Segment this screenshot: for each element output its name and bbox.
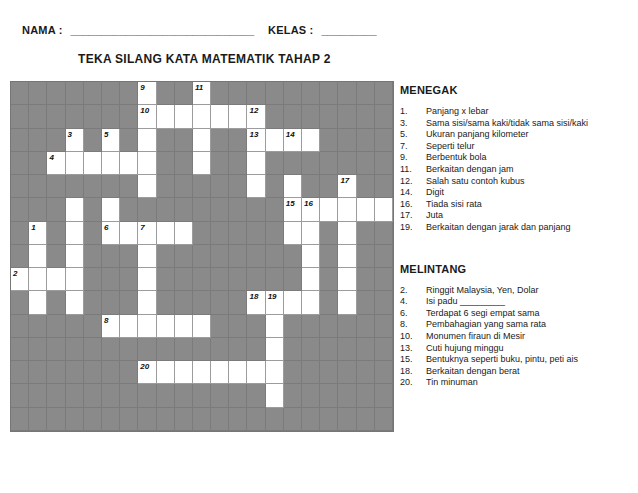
clue-item-text: Ringgit Malaysia, Yen, Dolar [426, 285, 632, 297]
crossword-cell[interactable] [138, 315, 156, 338]
blocked-cell [266, 222, 284, 245]
blocked-cell [120, 268, 138, 291]
clue-item-text: Berbentuk bola [426, 152, 632, 164]
blocked-cell [302, 315, 320, 338]
blocked-cell [175, 152, 193, 175]
blocked-cell [102, 268, 120, 291]
blocked-cell [84, 129, 102, 152]
crossword-cell[interactable]: 2 [11, 268, 29, 291]
blocked-cell [211, 268, 229, 291]
crossword-cell[interactable] [138, 291, 156, 314]
blocked-cell [284, 338, 302, 361]
crossword-cell[interactable] [193, 361, 211, 384]
crossword-cell[interactable] [157, 222, 175, 245]
blocked-cell [11, 338, 29, 361]
blocked-cell [357, 152, 375, 175]
clue-item-number: 13. [400, 343, 426, 355]
blocked-cell [84, 175, 102, 198]
blocked-cell [375, 105, 393, 128]
clue-item-text: Digit [426, 187, 632, 199]
blocked-cell [247, 198, 265, 221]
crossword-cell[interactable] [338, 222, 356, 245]
clue-item-text: Juta [426, 210, 632, 222]
blocked-cell [47, 105, 65, 128]
blocked-cell [66, 315, 84, 338]
blocked-cell [157, 338, 175, 361]
crossword-cell[interactable]: 5 [102, 129, 120, 152]
crossword-cell[interactable]: 3 [66, 129, 84, 152]
nama-label: NAMA : [22, 24, 63, 36]
blocked-cell [175, 245, 193, 268]
blocked-cell [11, 408, 29, 431]
blocked-cell [120, 129, 138, 152]
crossword-cell[interactable]: 20 [138, 361, 156, 384]
blocked-cell [102, 291, 120, 314]
blocked-cell [11, 82, 29, 105]
clue-item-number: 2. [400, 285, 426, 297]
crossword-cell[interactable]: 9 [138, 82, 156, 105]
clue-number: 16 [304, 199, 313, 208]
blocked-cell [375, 152, 393, 175]
crossword-cell[interactable] [266, 129, 284, 152]
crossword-cell[interactable] [66, 268, 84, 291]
crossword-cell[interactable] [157, 315, 175, 338]
kelas-blank-line[interactable]: _________ [321, 24, 376, 36]
crossword-cell[interactable] [229, 105, 247, 128]
crossword-cell[interactable] [375, 198, 393, 221]
crossword-cell[interactable] [138, 152, 156, 175]
blocked-cell [302, 408, 320, 431]
crossword-cell[interactable] [302, 268, 320, 291]
clue-item-number: 8. [400, 319, 426, 331]
blocked-cell [29, 129, 47, 152]
clue-number: 7 [140, 223, 144, 232]
crossword-cell[interactable] [175, 105, 193, 128]
crossword-cell[interactable] [47, 268, 65, 291]
blocked-cell [320, 175, 338, 198]
clue-item-number: 10. [400, 331, 426, 343]
blocked-cell [320, 361, 338, 384]
blocked-cell [320, 315, 338, 338]
blocked-cell [320, 268, 338, 291]
blocked-cell [375, 361, 393, 384]
crossword-cell[interactable] [29, 245, 47, 268]
crossword-cell[interactable] [247, 175, 265, 198]
across-clue-item: 10.Monumen firaun di Mesir [400, 331, 632, 343]
blocked-cell [302, 175, 320, 198]
blocked-cell [284, 315, 302, 338]
blocked-cell [229, 152, 247, 175]
page-title: TEKA SILANG KATA MATEMATIK TAHAP 2 [78, 52, 331, 66]
clue-item-text: Berkaitan dengan jam [426, 164, 632, 176]
blocked-cell [157, 245, 175, 268]
blocked-cell [175, 198, 193, 221]
blocked-cell [102, 361, 120, 384]
blocked-cell [120, 82, 138, 105]
clue-number: 20 [140, 362, 149, 371]
clue-item-text: Cuti hujung minggu [426, 343, 632, 355]
clue-item-number: 12. [400, 176, 426, 188]
clue-number: 19 [268, 292, 277, 301]
blocked-cell [229, 291, 247, 314]
crossword-cell[interactable] [102, 198, 120, 221]
across-clues-list: 2.Ringgit Malaysia, Yen, Dolar4.Isi padu… [400, 285, 632, 389]
blocked-cell [84, 384, 102, 407]
blocked-cell [266, 82, 284, 105]
blocked-cell [211, 222, 229, 245]
blocked-cell [84, 315, 102, 338]
blocked-cell [375, 408, 393, 431]
crossword-cell[interactable] [320, 198, 338, 221]
blocked-cell [193, 291, 211, 314]
blocked-cell [211, 291, 229, 314]
blocked-cell [138, 338, 156, 361]
crossword-cell[interactable] [66, 198, 84, 221]
crossword-cell[interactable] [138, 175, 156, 198]
clue-number: 15 [286, 199, 295, 208]
blocked-cell [338, 105, 356, 128]
clue-item-number: 20. [400, 377, 426, 389]
crossword-cell[interactable] [266, 338, 284, 361]
crossword-cell[interactable] [138, 268, 156, 291]
blocked-cell [11, 245, 29, 268]
blocked-cell [157, 82, 175, 105]
crossword-cell[interactable]: 15 [284, 198, 302, 221]
blocked-cell [357, 268, 375, 291]
blocked-cell [102, 82, 120, 105]
blocked-cell [47, 338, 65, 361]
nama-blank-line[interactable]: ______________________________ [71, 24, 255, 36]
down-clues-list: 1.Panjang x lebar3.Sama sisi/sama kaki/t… [400, 106, 632, 234]
blocked-cell [47, 315, 65, 338]
blocked-cell [229, 408, 247, 431]
clue-number: 5 [104, 130, 108, 139]
down-clue-item: 11.Berkaitan dengan jam [400, 164, 632, 176]
crossword-cell[interactable]: 1 [29, 222, 47, 245]
crossword-cell[interactable]: 4 [47, 152, 65, 175]
crossword-cell[interactable] [66, 291, 84, 314]
clue-item-number: 3. [400, 118, 426, 130]
crossword-cell[interactable] [175, 361, 193, 384]
blocked-cell [338, 384, 356, 407]
crossword-cell[interactable] [66, 152, 84, 175]
crossword-cell[interactable] [247, 361, 265, 384]
crossword-cell[interactable]: 18 [247, 291, 265, 314]
blocked-cell [357, 175, 375, 198]
crossword-cell[interactable] [302, 222, 320, 245]
down-clue-item: 14.Digit [400, 187, 632, 199]
clue-item-number: 11. [400, 164, 426, 176]
clue-item-number: 19. [400, 222, 426, 234]
crossword-cell[interactable] [266, 384, 284, 407]
crossword-cell[interactable] [193, 152, 211, 175]
blocked-cell [247, 222, 265, 245]
crossword-cell[interactable] [284, 291, 302, 314]
crossword-cell[interactable] [120, 315, 138, 338]
blocked-cell [211, 129, 229, 152]
blocked-cell [120, 198, 138, 221]
blocked-cell [211, 245, 229, 268]
across-clue-item: 2.Ringgit Malaysia, Yen, Dolar [400, 285, 632, 297]
blocked-cell [157, 129, 175, 152]
blocked-cell [211, 198, 229, 221]
crossword-cell[interactable]: 11 [193, 82, 211, 105]
blocked-cell [47, 198, 65, 221]
blocked-cell [29, 315, 47, 338]
crossword-cell[interactable] [266, 361, 284, 384]
clue-item-text: Tin minuman [426, 377, 632, 389]
crossword-cell[interactable] [193, 105, 211, 128]
blocked-cell [120, 291, 138, 314]
crossword-cell[interactable] [338, 291, 356, 314]
blocked-cell [66, 338, 84, 361]
blocked-cell [266, 175, 284, 198]
blocked-cell [157, 152, 175, 175]
blocked-cell [193, 384, 211, 407]
crossword-cell[interactable] [138, 245, 156, 268]
clue-number: 9 [140, 83, 144, 92]
blocked-cell [357, 384, 375, 407]
crossword-cell[interactable] [229, 361, 247, 384]
crossword-cell[interactable]: 8 [102, 315, 120, 338]
crossword-cell[interactable] [66, 222, 84, 245]
blocked-cell [375, 384, 393, 407]
clue-item-number: 5. [400, 129, 426, 141]
blocked-cell [157, 198, 175, 221]
blocked-cell [284, 105, 302, 128]
blocked-cell [120, 408, 138, 431]
crossword-cell[interactable] [266, 315, 284, 338]
blocked-cell [47, 291, 65, 314]
blocked-cell [302, 152, 320, 175]
blocked-cell [338, 361, 356, 384]
crossword-cell[interactable]: 17 [338, 175, 356, 198]
blocked-cell [11, 384, 29, 407]
blocked-cell [84, 408, 102, 431]
blocked-cell [157, 268, 175, 291]
crossword-grid[interactable]: 9111012351314417151616721819820 [10, 81, 394, 432]
blocked-cell [66, 408, 84, 431]
blocked-cell [84, 198, 102, 221]
name-class-header: NAMA :______________________________KELA… [22, 24, 377, 36]
crossword-cell[interactable] [102, 152, 120, 175]
blocked-cell [211, 175, 229, 198]
kelas-label: KELAS : [268, 24, 313, 36]
crossword-cell[interactable] [284, 175, 302, 198]
blocked-cell [102, 175, 120, 198]
blocked-cell [47, 222, 65, 245]
clue-item-number: 6. [400, 308, 426, 320]
blocked-cell [229, 268, 247, 291]
blocked-cell [66, 361, 84, 384]
blocked-cell [66, 384, 84, 407]
blocked-cell [357, 338, 375, 361]
blocked-cell [120, 384, 138, 407]
blocked-cell [11, 291, 29, 314]
blocked-cell [229, 175, 247, 198]
crossword-cell[interactable]: 16 [302, 198, 320, 221]
blocked-cell [320, 338, 338, 361]
blocked-cell [247, 338, 265, 361]
clue-item-text: Seperti telur [426, 141, 632, 153]
blocked-cell [320, 82, 338, 105]
blocked-cell [193, 268, 211, 291]
blocked-cell [247, 268, 265, 291]
crossword-cell[interactable] [157, 361, 175, 384]
blocked-cell [47, 129, 65, 152]
blocked-cell [284, 268, 302, 291]
blocked-cell [229, 82, 247, 105]
clue-number: 11 [195, 83, 203, 92]
blocked-cell [284, 152, 302, 175]
blocked-cell [84, 222, 102, 245]
blocked-cell [193, 222, 211, 245]
blocked-cell [320, 152, 338, 175]
across-clue-item: 4.Isi padu _________ [400, 296, 632, 308]
blocked-cell [302, 82, 320, 105]
across-clue-item: 20.Tin minuman [400, 377, 632, 389]
crossword-cell[interactable] [247, 152, 265, 175]
blocked-cell [357, 222, 375, 245]
clues-panel: MENEGAK 1.Panjang x lebar3.Sama sisi/sam… [400, 84, 632, 389]
blocked-cell [29, 175, 47, 198]
blocked-cell [302, 338, 320, 361]
blocked-cell [266, 105, 284, 128]
blocked-cell [302, 361, 320, 384]
blocked-cell [157, 408, 175, 431]
clue-item-number: 1. [400, 106, 426, 118]
crossword-cell[interactable] [84, 152, 102, 175]
blocked-cell [320, 408, 338, 431]
clue-item-number: 4. [400, 296, 426, 308]
blocked-cell [247, 384, 265, 407]
down-clue-item: 7.Seperti telur [400, 141, 632, 153]
blocked-cell [175, 338, 193, 361]
clue-item-number: 9. [400, 152, 426, 164]
blocked-cell [11, 361, 29, 384]
crossword-cell[interactable] [120, 152, 138, 175]
crossword-cell[interactable] [66, 245, 84, 268]
blocked-cell [375, 268, 393, 291]
crossword-cell[interactable] [175, 315, 193, 338]
crossword-cell[interactable] [284, 222, 302, 245]
crossword-cell[interactable] [357, 198, 375, 221]
down-clue-item: 5.Ukuran panjang kilometer [400, 129, 632, 141]
blocked-cell [102, 105, 120, 128]
crossword-cell[interactable] [211, 361, 229, 384]
crossword-cell[interactable]: 10 [138, 105, 156, 128]
blocked-cell [193, 408, 211, 431]
blocked-cell [138, 198, 156, 221]
blocked-cell [375, 338, 393, 361]
blocked-cell [211, 384, 229, 407]
crossword-cell[interactable] [138, 129, 156, 152]
crossword-cell[interactable]: 13 [247, 129, 265, 152]
crossword-cell[interactable] [302, 245, 320, 268]
blocked-cell [102, 338, 120, 361]
clue-item-text: Bentuknya seperti buku, pintu, peti ais [426, 354, 632, 366]
crossword-cell[interactable] [302, 129, 320, 152]
clue-item-text: Berkaitan dengan jarak dan panjang [426, 222, 632, 234]
clue-item-number: 18. [400, 366, 426, 378]
blocked-cell [338, 338, 356, 361]
blocked-cell [29, 105, 47, 128]
blocked-cell [357, 315, 375, 338]
blocked-cell [211, 152, 229, 175]
crossword-cell[interactable]: 19 [266, 291, 284, 314]
clue-item-number: 15. [400, 354, 426, 366]
crossword-cell[interactable] [175, 222, 193, 245]
blocked-cell [11, 198, 29, 221]
blocked-cell [357, 82, 375, 105]
blocked-cell [375, 222, 393, 245]
blocked-cell [229, 198, 247, 221]
clue-item-text: Tiada sisi rata [426, 199, 632, 211]
crossword-cell[interactable] [211, 105, 229, 128]
clue-item-text: Terdapat 6 segi empat sama [426, 308, 632, 320]
crossword-cell[interactable] [338, 268, 356, 291]
blocked-cell [29, 82, 47, 105]
clue-number: 12 [249, 106, 258, 115]
blocked-cell [320, 245, 338, 268]
blocked-cell [84, 361, 102, 384]
crossword-cell[interactable] [120, 222, 138, 245]
crossword-cell[interactable] [157, 105, 175, 128]
blocked-cell [120, 175, 138, 198]
down-clue-item: 17.Juta [400, 210, 632, 222]
crossword-cell[interactable] [338, 245, 356, 268]
blocked-cell [157, 291, 175, 314]
crossword-cell[interactable] [29, 268, 47, 291]
blocked-cell [375, 175, 393, 198]
crossword-cell[interactable] [302, 291, 320, 314]
down-clue-item: 1.Panjang x lebar [400, 106, 632, 118]
crossword-cell[interactable] [193, 129, 211, 152]
crossword-cell[interactable] [29, 291, 47, 314]
clue-number: 1 [31, 223, 35, 232]
blocked-cell [11, 152, 29, 175]
worksheet-page: { "header": { "nama_label": "NAMA :", "n… [0, 0, 638, 493]
blocked-cell [247, 315, 265, 338]
clue-number: 3 [68, 130, 72, 139]
blocked-cell [338, 408, 356, 431]
blocked-cell [375, 291, 393, 314]
blocked-cell [357, 129, 375, 152]
crossword-cell[interactable] [193, 315, 211, 338]
crossword-cell[interactable]: 12 [247, 105, 265, 128]
clue-item-text: Sama sisi/sama kaki/tidak sama sisi/kaki [426, 118, 632, 130]
crossword-cell[interactable]: 14 [284, 129, 302, 152]
blocked-cell [193, 198, 211, 221]
down-clue-item: 19.Berkaitan dengan jarak dan panjang [400, 222, 632, 234]
crossword-cell[interactable] [338, 198, 356, 221]
crossword-cell[interactable]: 6 [102, 222, 120, 245]
crossword-cell[interactable]: 7 [138, 222, 156, 245]
clue-item-number: 7. [400, 141, 426, 153]
blocked-cell [229, 338, 247, 361]
blocked-cell [175, 82, 193, 105]
blocked-cell [175, 175, 193, 198]
blocked-cell [302, 384, 320, 407]
blocked-cell [229, 245, 247, 268]
clue-item-text: Pembahagian yang sama rata [426, 319, 632, 331]
blocked-cell [193, 245, 211, 268]
clue-item-text: Salah satu contoh kubus [426, 176, 632, 188]
blocked-cell [175, 268, 193, 291]
blocked-cell [175, 384, 193, 407]
blocked-cell [138, 408, 156, 431]
clue-number: 18 [249, 292, 258, 301]
